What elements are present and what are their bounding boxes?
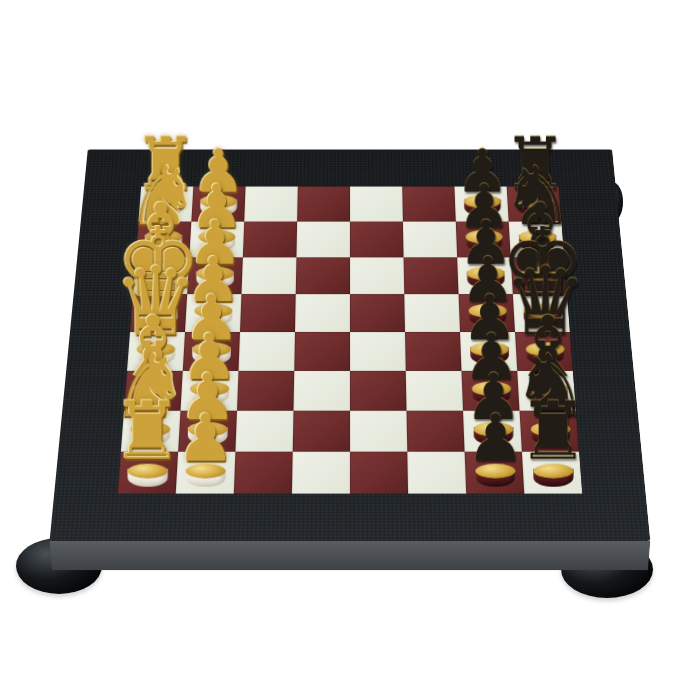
square-e4[interactable]: [295, 294, 350, 332]
piece-base-gold-cap: [185, 463, 225, 478]
square-g5[interactable]: [350, 222, 404, 258]
board-frame-front-face: [50, 541, 651, 570]
black-rook[interactable]: ♜: [505, 307, 600, 486]
piece-base: [185, 463, 225, 486]
board-3d-assembly: ♜♟♟♜♞♟♟♞♝♟♟♝♚♟♟♚♛♟♟♛♝♟♟♝♞♟♟♞♜♟♟♜: [50, 149, 651, 541]
square-g4[interactable]: [296, 222, 350, 258]
piece-base-gold-cap: [533, 463, 573, 478]
white-pawn[interactable]: ♟: [158, 307, 253, 486]
piece-base: [533, 463, 573, 486]
chess-set-photo: ♜♟♟♜♞♟♟♞♝♟♟♝♚♟♟♚♛♟♟♛♝♟♟♝♞♟♟♞♜♟♟♜: [0, 0, 700, 700]
square-f4[interactable]: [296, 257, 350, 294]
square-h4[interactable]: [297, 187, 350, 222]
square-f5[interactable]: [350, 257, 404, 294]
square-h5[interactable]: [350, 187, 403, 222]
black-rook-glyph: ♜: [517, 391, 589, 471]
white-pawn-glyph: ♟: [176, 405, 235, 470]
square-e5[interactable]: [350, 294, 405, 332]
